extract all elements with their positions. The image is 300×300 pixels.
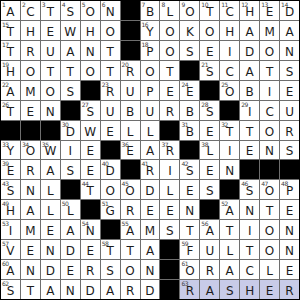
- cell-letter: T: [166, 66, 173, 80]
- cell-r15c3[interactable]: A: [41, 280, 60, 299]
- cell-r8c5[interactable]: E: [81, 141, 100, 160]
- cell-r12c9[interactable]: S: [160, 220, 179, 239]
- cell-r8c11[interactable]: 38L: [200, 141, 219, 160]
- cell-letter: N: [185, 205, 194, 219]
- cell-r13c7[interactable]: T: [121, 240, 140, 259]
- cell-r14c2[interactable]: N: [21, 260, 40, 279]
- cell-letter: E: [286, 205, 294, 219]
- cell-r10c7[interactable]: 45O: [121, 180, 140, 199]
- cell-letter: A: [206, 225, 214, 239]
- cell-r13c10[interactable]: 59F: [180, 240, 199, 259]
- cell-r5c13[interactable]: B: [240, 81, 259, 100]
- cell-r1c12[interactable]: 11C: [220, 1, 239, 20]
- cell-letter: A: [246, 66, 254, 80]
- clue-number-54: 54: [82, 220, 89, 227]
- cell-letter: N: [86, 225, 95, 239]
- cell-r13c13[interactable]: T: [240, 240, 259, 259]
- cell-r2c10[interactable]: K: [180, 21, 199, 40]
- cell-r1c8[interactable]: 7B: [141, 1, 160, 20]
- cell-r12c5[interactable]: 54N: [81, 220, 100, 239]
- cell-letter: A: [226, 265, 234, 279]
- cell-r15c2[interactable]: T: [21, 280, 40, 299]
- cell-letter: S: [166, 225, 174, 239]
- cell-r3c15[interactable]: N: [280, 41, 299, 60]
- clue-number-23: 23: [102, 81, 109, 88]
- cell-letter: T: [7, 26, 14, 40]
- clue-number-53: 53: [2, 220, 9, 227]
- cell-letter: C: [245, 265, 253, 279]
- cell-r4c14[interactable]: T: [260, 61, 279, 80]
- black-square-r10c12: [220, 180, 239, 199]
- cell-r11c2[interactable]: A: [21, 200, 40, 219]
- cell-r2c2[interactable]: H: [21, 21, 40, 40]
- cell-r12c10[interactable]: T: [180, 220, 199, 239]
- cell-letter: T: [67, 66, 74, 80]
- cell-r6c1[interactable]: 26T: [1, 101, 20, 120]
- cell-r4c2[interactable]: O: [21, 61, 40, 80]
- cell-r12c12[interactable]: T: [220, 220, 239, 239]
- cell-r9c8[interactable]: 41R: [141, 160, 160, 179]
- cell-r13c1[interactable]: 57V: [1, 240, 20, 259]
- cell-r9c4[interactable]: S: [61, 160, 80, 179]
- cell-r9c10[interactable]: 42S: [180, 160, 199, 179]
- cell-letter: O: [165, 26, 174, 40]
- cell-r9c5[interactable]: E: [81, 160, 100, 179]
- cell-r1c4[interactable]: 4S: [61, 1, 80, 20]
- cell-r10c8[interactable]: D: [141, 180, 160, 199]
- cell-r12c11[interactable]: 56A: [200, 220, 219, 239]
- cell-r2c4[interactable]: W: [61, 21, 80, 40]
- cell-r14c7[interactable]: O: [121, 260, 140, 279]
- black-square-r6c4: [61, 101, 80, 120]
- cell-r2c5[interactable]: H: [81, 21, 100, 40]
- clue-number-1: 1: [2, 1, 5, 8]
- cell-r15c7[interactable]: R: [121, 280, 140, 299]
- cell-r10c15[interactable]: 48P: [280, 180, 299, 199]
- cell-r9c11[interactable]: E: [200, 160, 219, 179]
- cell-r11c14[interactable]: T: [260, 200, 279, 219]
- cell-r5c12[interactable]: 25O: [220, 81, 239, 100]
- cell-r4c9[interactable]: T: [160, 61, 179, 80]
- cell-letter: O: [185, 6, 194, 20]
- cell-letter: I: [248, 225, 252, 239]
- cell-r14c10[interactable]: 61O: [180, 260, 199, 279]
- cell-letter: I: [248, 106, 252, 120]
- cell-r1c15[interactable]: 14D: [280, 1, 299, 20]
- cell-r6c14[interactable]: C: [260, 101, 279, 120]
- cell-r8c2[interactable]: 34O: [21, 141, 40, 160]
- cell-r10c14[interactable]: 47O: [260, 180, 279, 199]
- cell-r14c11[interactable]: R: [200, 260, 219, 279]
- cell-r8c3[interactable]: 35W: [41, 141, 60, 160]
- cell-letter: A: [6, 265, 14, 279]
- cell-r6c10[interactable]: B: [180, 101, 199, 120]
- cell-r3c9[interactable]: O: [160, 41, 179, 60]
- cell-r4c13[interactable]: A: [240, 61, 259, 80]
- cell-r15c8[interactable]: D: [141, 280, 160, 299]
- cell-r2c9[interactable]: O: [160, 21, 179, 40]
- clue-number-27: 27: [82, 101, 89, 108]
- cell-r3c12[interactable]: I: [220, 41, 239, 60]
- cell-letter: S: [7, 185, 15, 199]
- cell-r7c13[interactable]: T: [240, 121, 259, 140]
- clue-number-48: 48: [281, 180, 288, 187]
- cell-letter: S: [7, 285, 15, 299]
- cell-letter: E: [286, 265, 294, 279]
- cell-r1c6[interactable]: 6N: [101, 1, 120, 20]
- cell-r5c8[interactable]: P: [141, 81, 160, 100]
- cell-r1c14[interactable]: 13E: [260, 1, 279, 20]
- cell-r2c1[interactable]: 15T: [1, 21, 20, 40]
- clue-number-63: 63: [181, 280, 188, 287]
- cell-r14c1[interactable]: 60A: [1, 260, 20, 279]
- cell-r9c6[interactable]: 40D: [101, 160, 120, 179]
- cell-r12c8[interactable]: M: [141, 220, 160, 239]
- cell-r14c14[interactable]: L: [260, 260, 279, 279]
- cell-r10c5[interactable]: 44T: [81, 180, 100, 199]
- cell-letter: Y: [7, 145, 14, 159]
- cell-r13c8[interactable]: A: [141, 240, 160, 259]
- cell-r7c8[interactable]: L: [141, 121, 160, 140]
- clue-number-19: 19: [2, 61, 9, 68]
- cell-r4c1[interactable]: 19H: [1, 61, 20, 80]
- clue-number-18: 18: [142, 41, 149, 48]
- cell-r6c11[interactable]: 28S: [200, 101, 219, 120]
- clue-number-3: 3: [42, 1, 45, 8]
- cell-r5c2[interactable]: M: [21, 81, 40, 100]
- cell-r4c5[interactable]: O: [81, 61, 100, 80]
- cell-letter: N: [225, 165, 234, 179]
- black-square-r10c4: [61, 180, 80, 199]
- cell-r8c14[interactable]: N: [260, 141, 279, 160]
- black-square-r9c7: [121, 160, 140, 179]
- cell-r5c4[interactable]: S: [61, 81, 80, 100]
- cell-r7c10[interactable]: 31B: [180, 121, 199, 140]
- cell-letter: R: [285, 285, 293, 299]
- cell-r5c10[interactable]: 24E: [180, 81, 199, 100]
- cell-r12c15[interactable]: N: [280, 220, 299, 239]
- cell-r6c7[interactable]: B: [121, 101, 140, 120]
- cell-letter: S: [286, 66, 294, 80]
- cell-letter: O: [185, 265, 194, 279]
- cell-r13c12[interactable]: L: [220, 240, 239, 259]
- clue-number-24: 24: [181, 81, 188, 88]
- clue-number-49: 49: [2, 200, 9, 207]
- cell-letter: H: [6, 205, 15, 219]
- cell-letter: O: [85, 66, 94, 80]
- cell-letter: O: [265, 46, 274, 60]
- cell-r4c4[interactable]: T: [61, 61, 80, 80]
- cell-letter: Y: [146, 26, 153, 40]
- cell-r8c8[interactable]: A: [141, 141, 160, 160]
- cell-letter: E: [206, 165, 214, 179]
- cell-letter: N: [245, 205, 254, 219]
- cell-r4c3[interactable]: T: [41, 61, 60, 80]
- clue-number-16: 16: [142, 21, 149, 28]
- cell-r12c7[interactable]: 55A: [121, 220, 140, 239]
- cell-r8c9[interactable]: 37R: [160, 141, 179, 160]
- cell-letter: T: [106, 66, 113, 80]
- cell-r12c14[interactable]: O: [260, 220, 279, 239]
- cell-r2c13[interactable]: A: [240, 21, 259, 40]
- cell-r9c3[interactable]: A: [41, 160, 60, 179]
- clue-number-39: 39: [2, 160, 9, 167]
- cell-r3c6[interactable]: T: [101, 41, 120, 60]
- cell-r13c6[interactable]: 58T: [101, 240, 120, 259]
- cell-r1c9[interactable]: 8L: [160, 1, 179, 20]
- cell-r14c15[interactable]: E: [280, 260, 299, 279]
- cell-r7c4[interactable]: 30D: [61, 121, 80, 140]
- cell-letter: D: [106, 165, 115, 179]
- cell-r1c1[interactable]: 1A: [1, 1, 20, 20]
- cell-r6c9[interactable]: R: [160, 101, 179, 120]
- cell-letter: O: [46, 86, 55, 100]
- clue-number-59: 59: [181, 240, 188, 247]
- cell-r12c2[interactable]: M: [21, 220, 40, 239]
- cell-letter: M: [145, 225, 155, 239]
- cell-letter: E: [86, 145, 94, 159]
- black-square-r9c15: [280, 160, 299, 179]
- cell-letter: B: [146, 6, 154, 20]
- clue-number-29: 29: [241, 101, 248, 108]
- cell-r10c10[interactable]: E: [180, 180, 199, 199]
- cell-r2c8[interactable]: 16Y: [141, 21, 160, 40]
- cell-r11c15[interactable]: E: [280, 200, 299, 219]
- cell-r11c10[interactable]: N: [180, 200, 199, 219]
- cell-r13c5[interactable]: E: [81, 240, 100, 259]
- cell-r13c11[interactable]: U: [200, 240, 219, 259]
- cell-r2c11[interactable]: O: [200, 21, 219, 40]
- cell-letter: D: [86, 285, 95, 299]
- cell-r6c13[interactable]: 29I: [240, 101, 259, 120]
- cell-letter: U: [126, 86, 135, 100]
- cell-r11c6[interactable]: 51G: [101, 200, 120, 219]
- cell-letter: H: [225, 26, 234, 40]
- cell-r11c1[interactable]: 49H: [1, 200, 20, 219]
- cell-r15c1[interactable]: 62S: [1, 280, 20, 299]
- clue-number-5: 5: [82, 1, 85, 8]
- cell-r2c15[interactable]: A: [280, 21, 299, 40]
- cell-r12c3[interactable]: E: [41, 220, 60, 239]
- clue-number-28: 28: [201, 101, 208, 108]
- cell-r15c5[interactable]: D: [81, 280, 100, 299]
- cell-r10c3[interactable]: L: [41, 180, 60, 199]
- cell-r11c7[interactable]: R: [121, 200, 140, 219]
- cell-letter: N: [66, 285, 75, 299]
- cell-letter: S: [186, 46, 194, 60]
- cell-r13c3[interactable]: N: [41, 240, 60, 259]
- cell-r11c3[interactable]: L: [41, 200, 60, 219]
- cell-r10c11[interactable]: S: [200, 180, 219, 199]
- cell-letter: S: [86, 106, 94, 120]
- clue-number-17: 17: [2, 41, 9, 48]
- cell-r3c2[interactable]: R: [21, 41, 40, 60]
- cell-r2c3[interactable]: E: [41, 21, 60, 40]
- cell-letter: T: [266, 66, 273, 80]
- cell-r2c14[interactable]: M: [260, 21, 279, 40]
- cell-letter: R: [126, 285, 134, 299]
- cell-r11c13[interactable]: N: [240, 200, 259, 219]
- cell-r14c6[interactable]: S: [101, 260, 120, 279]
- black-square-r7c1: [1, 121, 20, 140]
- cell-r2c12[interactable]: H: [220, 21, 239, 40]
- clue-number-43: 43: [2, 180, 9, 187]
- cell-r1c10[interactable]: 9O: [180, 1, 199, 20]
- cell-letter: O: [265, 185, 274, 199]
- cell-letter: R: [166, 145, 174, 159]
- cell-r4c6[interactable]: T: [101, 61, 120, 80]
- cell-r5c14[interactable]: I: [260, 81, 279, 100]
- cell-r11c4[interactable]: 50L: [61, 200, 80, 219]
- cell-letter: P: [286, 185, 293, 199]
- cell-r12c4[interactable]: A: [61, 220, 80, 239]
- cell-r13c15[interactable]: N: [280, 240, 299, 259]
- cell-r4c7[interactable]: 20R: [121, 61, 140, 80]
- cell-r8c7[interactable]: 36E: [121, 141, 140, 160]
- cell-r13c14[interactable]: O: [260, 240, 279, 259]
- cell-r3c4[interactable]: A: [61, 41, 80, 60]
- cell-r5c1[interactable]: 22A: [1, 81, 20, 100]
- cell-r8c13[interactable]: E: [240, 141, 259, 160]
- cell-r14c3[interactable]: D: [41, 260, 60, 279]
- cell-r14c12[interactable]: A: [220, 260, 239, 279]
- cell-letter: A: [26, 205, 34, 219]
- cell-r9c12[interactable]: N: [220, 160, 239, 179]
- clue-number-2: 2: [22, 1, 25, 8]
- cell-r7c12[interactable]: 32T: [220, 121, 239, 140]
- cell-r3c1[interactable]: 17T: [1, 41, 20, 60]
- cell-r8c15[interactable]: S: [280, 141, 299, 160]
- cell-letter: E: [286, 86, 294, 100]
- cell-r8c12[interactable]: I: [220, 141, 239, 160]
- cell-r15c4[interactable]: N: [61, 280, 80, 299]
- cell-letter: A: [66, 46, 74, 60]
- cell-letter: L: [67, 205, 74, 219]
- clue-number-55: 55: [122, 220, 129, 227]
- cell-r4c12[interactable]: C: [220, 61, 239, 80]
- cell-r3c3[interactable]: U: [41, 41, 60, 60]
- cell-r7c5[interactable]: W: [81, 121, 100, 140]
- cell-letter: D: [46, 265, 55, 279]
- cell-r6c15[interactable]: U: [280, 101, 299, 120]
- cell-letter: R: [166, 106, 174, 120]
- cell-r12c1[interactable]: 53I: [1, 220, 20, 239]
- clue-number-47: 47: [261, 180, 268, 187]
- cell-r13c4[interactable]: D: [61, 240, 80, 259]
- cell-r9c9[interactable]: I: [160, 160, 179, 179]
- cell-r7c15[interactable]: R: [280, 121, 299, 140]
- cell-letter: L: [266, 265, 273, 279]
- cell-letter: N: [106, 6, 115, 20]
- black-square-r1c7: [121, 1, 140, 20]
- cell-r2c6[interactable]: O: [101, 21, 120, 40]
- cell-r14c8[interactable]: N: [141, 260, 160, 279]
- cell-r8c1[interactable]: 33Y: [1, 141, 20, 160]
- cell-r7c6[interactable]: E: [101, 121, 120, 140]
- cell-r3c5[interactable]: N: [81, 41, 100, 60]
- cell-r5c7[interactable]: U: [121, 81, 140, 100]
- cell-r4c15[interactable]: S: [280, 61, 299, 80]
- cell-letter: S: [66, 165, 74, 179]
- cell-r6c5[interactable]: 27S: [81, 101, 100, 120]
- cell-r7c7[interactable]: L: [121, 121, 140, 140]
- cell-r1c3[interactable]: 3T: [41, 1, 60, 20]
- cell-r9c1[interactable]: 39E: [1, 160, 20, 179]
- clue-number-51: 51: [102, 200, 109, 207]
- cell-r10c1[interactable]: 43S: [1, 180, 20, 199]
- cell-r15c15[interactable]: R: [280, 280, 299, 299]
- cell-r4c8[interactable]: O: [141, 61, 160, 80]
- cell-r4c11[interactable]: 21S: [200, 61, 219, 80]
- cell-r10c2[interactable]: N: [21, 180, 40, 199]
- cell-r15c6[interactable]: A: [101, 280, 120, 299]
- cell-r15c10[interactable]: 63R: [180, 280, 199, 299]
- cell-r15c12[interactable]: S: [220, 280, 239, 299]
- cell-r6c8[interactable]: U: [141, 101, 160, 120]
- cell-letter: E: [186, 86, 194, 100]
- cell-r15c11[interactable]: A: [200, 280, 219, 299]
- cell-r5c15[interactable]: E: [280, 81, 299, 100]
- cell-letter: L: [47, 205, 54, 219]
- cell-r14c5[interactable]: R: [81, 260, 100, 279]
- cell-letter: C: [226, 66, 234, 80]
- clue-number-8: 8: [161, 1, 164, 8]
- cell-r5c6[interactable]: 23R: [101, 81, 120, 100]
- cell-letter: B: [126, 106, 134, 120]
- cell-r11c8[interactable]: E: [141, 200, 160, 219]
- cell-r15c13[interactable]: H: [240, 280, 259, 299]
- cell-r3c13[interactable]: D: [240, 41, 259, 60]
- cell-letter: R: [26, 46, 34, 60]
- cell-letter: H: [245, 6, 254, 20]
- cell-letter: N: [26, 265, 35, 279]
- cell-letter: T: [27, 285, 34, 299]
- cell-r1c13[interactable]: 12H: [240, 1, 259, 20]
- cell-r12c13[interactable]: I: [240, 220, 259, 239]
- cell-letter: H: [26, 26, 35, 40]
- cell-r10c6[interactable]: O: [101, 180, 120, 199]
- cell-r3c11[interactable]: E: [200, 41, 219, 60]
- cell-r7c14[interactable]: O: [260, 121, 279, 140]
- cell-r6c3[interactable]: N: [41, 101, 60, 120]
- cell-r14c13[interactable]: C: [240, 260, 259, 279]
- cell-letter: T: [106, 245, 113, 259]
- cell-r10c9[interactable]: L: [160, 180, 179, 199]
- cell-r11c12[interactable]: 52A: [220, 200, 239, 219]
- cell-letter: R: [106, 86, 114, 100]
- cell-r6c6[interactable]: U: [101, 101, 120, 120]
- cell-r5c3[interactable]: O: [41, 81, 60, 100]
- clue-number-32: 32: [221, 121, 228, 128]
- cell-r3c8[interactable]: 18P: [141, 41, 160, 60]
- cell-r8c4[interactable]: I: [61, 141, 80, 160]
- cell-r7c11[interactable]: E: [200, 121, 219, 140]
- cell-r15c14[interactable]: E: [260, 280, 279, 299]
- cell-r9c2[interactable]: R: [21, 160, 40, 179]
- cell-r10c13[interactable]: 46S: [240, 180, 259, 199]
- cell-r13c2[interactable]: E: [21, 240, 40, 259]
- cell-r6c2[interactable]: E: [21, 101, 40, 120]
- cell-r14c4[interactable]: E: [61, 260, 80, 279]
- cell-r5c9[interactable]: E: [160, 81, 179, 100]
- cell-r1c11[interactable]: 10T: [200, 1, 219, 20]
- cell-letter: O: [205, 26, 214, 40]
- cell-r11c9[interactable]: E: [160, 200, 179, 219]
- cell-r3c14[interactable]: O: [260, 41, 279, 60]
- cell-r1c2[interactable]: 2C: [21, 1, 40, 20]
- cell-r3c10[interactable]: S: [180, 41, 199, 60]
- cell-r1c5[interactable]: 5O: [81, 1, 100, 20]
